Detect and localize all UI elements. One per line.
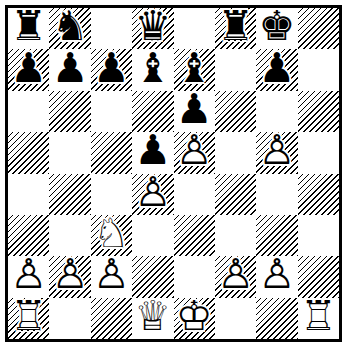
black-bishop-icon: ♝ (174, 49, 215, 88)
square-g6[interactable] (256, 91, 297, 132)
square-e8[interactable] (174, 8, 215, 49)
black-rook-halo: ♜ (8, 8, 49, 47)
square-b5[interactable] (49, 132, 90, 173)
square-b3[interactable] (49, 215, 90, 256)
square-d2[interactable] (132, 256, 173, 297)
white-pawn-icon: ♙ (91, 256, 132, 295)
square-c7[interactable]: ♟♟ (91, 49, 132, 90)
white-pawn-icon: ♙ (132, 174, 173, 213)
white-pawn-halo: ♟ (256, 132, 297, 171)
square-f3[interactable] (215, 215, 256, 256)
black-bishop-icon: ♝ (132, 49, 173, 88)
square-b7[interactable]: ♟♟ (49, 49, 90, 90)
square-f1[interactable] (215, 298, 256, 339)
square-e1[interactable]: ♚♔ (174, 298, 215, 339)
black-pawn-icon: ♟ (174, 91, 215, 130)
square-g5[interactable]: ♟♙ (256, 132, 297, 173)
square-a4[interactable] (8, 174, 49, 215)
square-e2[interactable] (174, 256, 215, 297)
white-pawn-halo: ♟ (256, 256, 297, 295)
white-rook-halo: ♜ (8, 298, 49, 337)
square-h5[interactable] (298, 132, 339, 173)
square-c3[interactable]: ♞♘ (91, 215, 132, 256)
white-queen-halo: ♛ (132, 298, 173, 337)
square-f5[interactable] (215, 132, 256, 173)
square-b2[interactable]: ♟♙ (49, 256, 90, 297)
black-rook-icon: ♜ (8, 8, 49, 47)
square-b8[interactable]: ♞♞ (49, 8, 90, 49)
white-rook-icon: ♖ (8, 298, 49, 337)
black-queen-halo: ♛ (132, 8, 173, 47)
black-king-halo: ♚ (256, 8, 297, 47)
black-pawn-halo: ♟ (132, 132, 173, 171)
square-a7[interactable]: ♟♟ (8, 49, 49, 90)
square-a3[interactable] (8, 215, 49, 256)
square-e6[interactable]: ♟♟ (174, 91, 215, 132)
square-b6[interactable] (49, 91, 90, 132)
chess-board: ♜♜♞♞♛♛♜♜♚♚♟♟♟♟♟♟♝♝♝♝♟♟♟♟♟♟♟♙♟♙♟♙♞♘♟♙♟♙♟♙… (8, 8, 339, 339)
square-f4[interactable] (215, 174, 256, 215)
square-f7[interactable] (215, 49, 256, 90)
square-d1[interactable]: ♛♕ (132, 298, 173, 339)
square-a5[interactable] (8, 132, 49, 173)
square-g1[interactable] (256, 298, 297, 339)
white-pawn-halo: ♟ (215, 256, 256, 295)
black-king-icon: ♚ (256, 8, 297, 47)
black-pawn-icon: ♟ (132, 132, 173, 171)
square-c1[interactable] (91, 298, 132, 339)
square-h7[interactable] (298, 49, 339, 90)
square-a6[interactable] (8, 91, 49, 132)
white-knight-halo: ♞ (91, 215, 132, 254)
square-e5[interactable]: ♟♙ (174, 132, 215, 173)
black-rook-icon: ♜ (215, 8, 256, 47)
white-rook-icon: ♖ (298, 298, 339, 337)
square-h4[interactable] (298, 174, 339, 215)
white-pawn-icon: ♙ (8, 256, 49, 295)
chess-board-frame: ♜♜♞♞♛♛♜♜♚♚♟♟♟♟♟♟♝♝♝♝♟♟♟♟♟♟♟♙♟♙♟♙♞♘♟♙♟♙♟♙… (5, 5, 342, 342)
white-king-icon: ♔ (174, 298, 215, 337)
black-pawn-halo: ♟ (174, 91, 215, 130)
square-a1[interactable]: ♜♖ (8, 298, 49, 339)
white-rook-halo: ♜ (298, 298, 339, 337)
square-f8[interactable]: ♜♜ (215, 8, 256, 49)
square-g3[interactable] (256, 215, 297, 256)
black-pawn-halo: ♟ (91, 49, 132, 88)
white-queen-icon: ♕ (132, 298, 173, 337)
square-f6[interactable] (215, 91, 256, 132)
square-h3[interactable] (298, 215, 339, 256)
square-b1[interactable] (49, 298, 90, 339)
white-king-halo: ♚ (174, 298, 215, 337)
black-pawn-halo: ♟ (256, 49, 297, 88)
square-d3[interactable] (132, 215, 173, 256)
square-h1[interactable]: ♜♖ (298, 298, 339, 339)
square-g8[interactable]: ♚♚ (256, 8, 297, 49)
white-pawn-icon: ♙ (256, 132, 297, 171)
square-g4[interactable] (256, 174, 297, 215)
square-c6[interactable] (91, 91, 132, 132)
square-d5[interactable]: ♟♟ (132, 132, 173, 173)
black-pawn-icon: ♟ (91, 49, 132, 88)
black-pawn-icon: ♟ (49, 49, 90, 88)
black-knight-icon: ♞ (49, 8, 90, 47)
black-pawn-halo: ♟ (49, 49, 90, 88)
square-h6[interactable] (298, 91, 339, 132)
black-knight-halo: ♞ (49, 8, 90, 47)
white-pawn-halo: ♟ (132, 174, 173, 213)
square-d4[interactable]: ♟♙ (132, 174, 173, 215)
square-c2[interactable]: ♟♙ (91, 256, 132, 297)
black-pawn-icon: ♟ (8, 49, 49, 88)
black-rook-halo: ♜ (215, 8, 256, 47)
square-d8[interactable]: ♛♛ (132, 8, 173, 49)
square-e7[interactable]: ♝♝ (174, 49, 215, 90)
square-c8[interactable] (91, 8, 132, 49)
white-pawn-icon: ♙ (215, 256, 256, 295)
square-c5[interactable] (91, 132, 132, 173)
square-g7[interactable]: ♟♟ (256, 49, 297, 90)
square-a2[interactable]: ♟♙ (8, 256, 49, 297)
square-a8[interactable]: ♜♜ (8, 8, 49, 49)
black-bishop-halo: ♝ (132, 49, 173, 88)
square-e4[interactable] (174, 174, 215, 215)
square-d7[interactable]: ♝♝ (132, 49, 173, 90)
white-pawn-halo: ♟ (49, 256, 90, 295)
square-d6[interactable] (132, 91, 173, 132)
square-g2[interactable]: ♟♙ (256, 256, 297, 297)
black-bishop-halo: ♝ (174, 49, 215, 88)
black-pawn-halo: ♟ (8, 49, 49, 88)
white-pawn-halo: ♟ (174, 132, 215, 171)
white-pawn-icon: ♙ (174, 132, 215, 171)
white-pawn-icon: ♙ (49, 256, 90, 295)
white-pawn-halo: ♟ (8, 256, 49, 295)
square-h8[interactable] (298, 8, 339, 49)
white-pawn-icon: ♙ (256, 256, 297, 295)
square-c4[interactable] (91, 174, 132, 215)
square-e3[interactable] (174, 215, 215, 256)
white-knight-icon: ♘ (91, 215, 132, 254)
black-pawn-icon: ♟ (256, 49, 297, 88)
square-h2[interactable] (298, 256, 339, 297)
white-pawn-halo: ♟ (91, 256, 132, 295)
square-f2[interactable]: ♟♙ (215, 256, 256, 297)
black-queen-icon: ♛ (132, 8, 173, 47)
square-b4[interactable] (49, 174, 90, 215)
